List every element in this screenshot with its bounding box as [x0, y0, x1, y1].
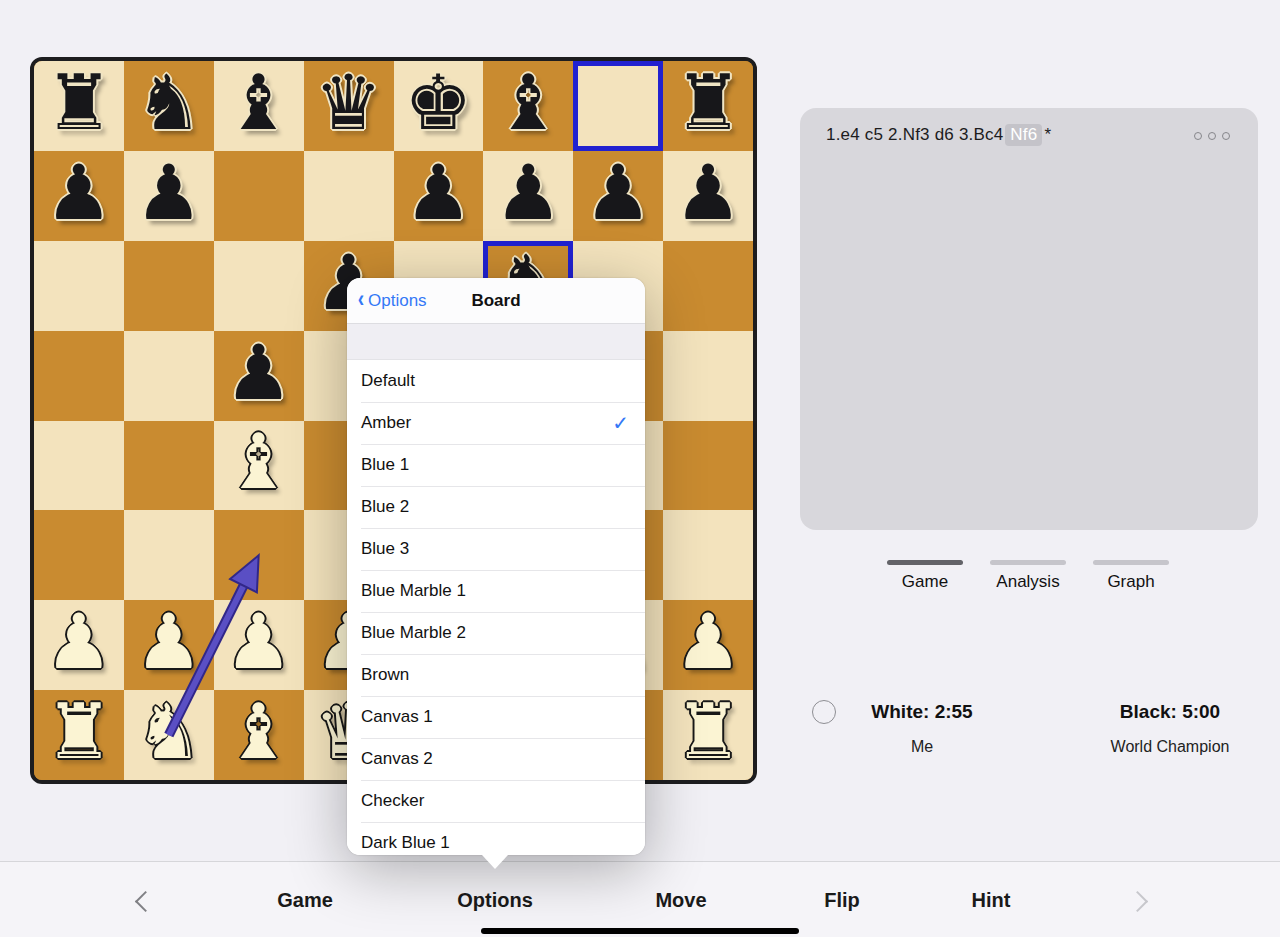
toolbar-flip-button[interactable]: Flip [824, 889, 860, 912]
tab-game-label: Game [902, 572, 948, 592]
square-c1[interactable]: ♝ [214, 690, 304, 780]
tab-graph[interactable]: Graph [1086, 560, 1176, 592]
theme-list: DefaultAmber✓Blue 1Blue 2Blue 3Blue Marb… [347, 360, 645, 855]
theme-item-label: Blue 3 [361, 539, 409, 559]
theme-item-blue-2[interactable]: Blue 2 [347, 486, 645, 528]
square-f7[interactable]: ♟ [483, 151, 573, 241]
black-piece-b7: ♟ [135, 155, 203, 231]
theme-item-dark-blue-1[interactable]: Dark Blue 1 [347, 822, 645, 855]
square-a8[interactable]: ♜ [34, 61, 124, 151]
theme-item-amber[interactable]: Amber✓ [347, 402, 645, 444]
theme-item-canvas-2[interactable]: Canvas 2 [347, 738, 645, 780]
nav-forward-chevron-icon[interactable] [1127, 891, 1148, 912]
square-a7[interactable]: ♟ [34, 151, 124, 241]
white-piece-c4: ♝ [225, 424, 293, 500]
black-piece-c8: ♝ [225, 65, 293, 141]
theme-item-label: Blue 2 [361, 497, 409, 517]
theme-item-canvas-1[interactable]: Canvas 1 [347, 696, 645, 738]
square-g8[interactable] [573, 61, 663, 151]
black-piece-a7: ♟ [45, 155, 113, 231]
square-c3[interactable] [214, 510, 304, 600]
theme-item-label: Canvas 1 [361, 707, 433, 727]
toolbar-move-button[interactable]: Move [655, 889, 706, 912]
tab-game-bar [887, 560, 963, 565]
square-c8[interactable]: ♝ [214, 61, 304, 151]
tab-graph-label: Graph [1107, 572, 1154, 592]
square-h4[interactable] [663, 421, 753, 511]
result-marker: * [1044, 125, 1051, 144]
square-b8[interactable]: ♞ [124, 61, 214, 151]
square-a3[interactable] [34, 510, 124, 600]
theme-item-brown[interactable]: Brown [347, 654, 645, 696]
square-h7[interactable]: ♟ [663, 151, 753, 241]
move-list-panel: 1.e4 c5 2.Nf3 d6 3.Bc4Nf6* [800, 108, 1258, 530]
square-b4[interactable] [124, 421, 214, 511]
black-piece-h7: ♟ [674, 155, 742, 231]
theme-item-blue-marble-1[interactable]: Blue Marble 1 [347, 570, 645, 612]
square-g7[interactable]: ♟ [573, 151, 663, 241]
square-b7[interactable]: ♟ [124, 151, 214, 241]
square-a4[interactable] [34, 421, 124, 511]
tab-graph-bar [1093, 560, 1169, 565]
square-b2[interactable]: ♟ [124, 600, 214, 690]
theme-item-label: Blue Marble 1 [361, 581, 466, 601]
white-piece-b1: ♞ [135, 694, 203, 770]
black-piece-d8: ♛ [314, 65, 382, 141]
white-piece-b2: ♟ [135, 604, 203, 680]
square-e7[interactable]: ♟ [394, 151, 484, 241]
bottom-toolbar: Game Options Move Flip Hint [0, 861, 1280, 937]
theme-item-label: Checker [361, 791, 424, 811]
more-options-icon[interactable] [1194, 132, 1230, 140]
tab-analysis[interactable]: Analysis [983, 560, 1073, 592]
square-h6[interactable] [663, 241, 753, 331]
theme-item-label: Amber [361, 413, 411, 433]
black-piece-f7: ♟ [494, 155, 562, 231]
square-e8[interactable]: ♚ [394, 61, 484, 151]
white-piece-a1: ♜ [45, 694, 113, 770]
moves-prefix: 1.e4 c5 2.Nf3 d6 3.Bc4 [826, 125, 1003, 144]
move-list: 1.e4 c5 2.Nf3 d6 3.Bc4Nf6* [826, 124, 1051, 146]
chevron-left-icon: ‹ [358, 287, 364, 311]
square-b5[interactable] [124, 331, 214, 421]
checkmark-icon: ✓ [612, 411, 629, 435]
black-piece-e7: ♟ [404, 155, 472, 231]
square-c5[interactable]: ♟ [214, 331, 304, 421]
square-a2[interactable]: ♟ [34, 600, 124, 690]
tab-analysis-bar [990, 560, 1066, 565]
home-indicator[interactable] [481, 928, 799, 934]
theme-item-default[interactable]: Default [347, 360, 645, 402]
popover-header: ‹ Options Board [347, 278, 645, 324]
theme-item-label: Blue Marble 2 [361, 623, 466, 643]
black-player-name: World Champion [1060, 738, 1280, 756]
board-theme-popover: ‹ Options Board DefaultAmber✓Blue 1Blue … [347, 278, 645, 855]
black-piece-g7: ♟ [584, 155, 652, 231]
black-piece-e8: ♚ [404, 65, 472, 141]
theme-item-label: Dark Blue 1 [361, 833, 450, 853]
square-b6[interactable] [124, 241, 214, 331]
square-h3[interactable] [663, 510, 753, 600]
theme-item-blue-3[interactable]: Blue 3 [347, 528, 645, 570]
white-piece-a2: ♟ [45, 604, 113, 680]
square-c2[interactable]: ♟ [214, 600, 304, 690]
current-move-chip[interactable]: Nf6 [1005, 124, 1042, 146]
theme-item-label: Canvas 2 [361, 749, 433, 769]
white-piece-h2: ♟ [674, 604, 742, 680]
square-a5[interactable] [34, 331, 124, 421]
square-a6[interactable] [34, 241, 124, 331]
theme-item-blue-1[interactable]: Blue 1 [347, 444, 645, 486]
popover-section-spacer [347, 324, 645, 360]
square-d7[interactable] [304, 151, 394, 241]
square-h5[interactable] [663, 331, 753, 421]
white-piece-c1: ♝ [225, 694, 293, 770]
nav-back-chevron-icon[interactable] [135, 891, 156, 912]
black-piece-a8: ♜ [45, 65, 113, 141]
white-piece-c2: ♟ [225, 604, 293, 680]
square-d8[interactable]: ♛ [304, 61, 394, 151]
black-clock: Black: 5:00 [1060, 701, 1280, 723]
black-piece-h8: ♜ [674, 65, 742, 141]
square-b3[interactable] [124, 510, 214, 600]
tab-analysis-label: Analysis [996, 572, 1059, 592]
white-player-name: Me [827, 738, 1017, 756]
square-f8[interactable]: ♝ [483, 61, 573, 151]
theme-item-label: Blue 1 [361, 455, 409, 475]
square-c7[interactable] [214, 151, 304, 241]
square-h8[interactable]: ♜ [663, 61, 753, 151]
black-piece-b8: ♞ [135, 65, 203, 141]
square-b1[interactable]: ♞ [124, 690, 214, 780]
back-button-label: Options [368, 291, 427, 311]
square-c6[interactable] [214, 241, 304, 331]
theme-item-checker[interactable]: Checker [347, 780, 645, 822]
square-c4[interactable]: ♝ [214, 421, 304, 511]
black-piece-f8: ♝ [494, 65, 562, 141]
square-a1[interactable]: ♜ [34, 690, 124, 780]
theme-item-label: Brown [361, 665, 409, 685]
back-to-options-button[interactable]: ‹ Options [357, 290, 427, 311]
tab-game[interactable]: Game [880, 560, 970, 592]
toolbar-hint-button[interactable]: Hint [972, 889, 1011, 912]
white-clock: White: 2:55 [827, 701, 1017, 723]
white-piece-h1: ♜ [674, 694, 742, 770]
square-h1[interactable]: ♜ [663, 690, 753, 780]
theme-item-label: Default [361, 371, 415, 391]
theme-item-blue-marble-2[interactable]: Blue Marble 2 [347, 612, 645, 654]
toolbar-options-button[interactable]: Options [457, 889, 533, 912]
toolbar-game-button[interactable]: Game [277, 889, 333, 912]
square-h2[interactable]: ♟ [663, 600, 753, 690]
popover-tail [482, 855, 508, 869]
black-piece-c5: ♟ [225, 335, 293, 411]
